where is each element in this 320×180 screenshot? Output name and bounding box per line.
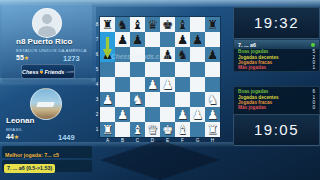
file-label-h: H bbox=[205, 137, 220, 144]
logo-text: Chess bbox=[22, 69, 39, 75]
piece-black-pawn: ♟ bbox=[192, 33, 203, 47]
piece-white-pawn: ♟ bbox=[162, 78, 173, 92]
square-e5[interactable] bbox=[160, 62, 175, 77]
logo-text: Friends bbox=[44, 69, 64, 75]
chess-board: ♜♞♝♛♚♝♜♟♟♟♟♟♟♞♟♟♟♟♞♞♟♟♟♟♜♝♛♚♝♜ bbox=[100, 17, 220, 137]
piece-black-bishop: ♝ bbox=[132, 18, 143, 32]
square-e4[interactable]: ♟ bbox=[160, 77, 175, 92]
player-rating-top: 1273 bbox=[63, 54, 80, 63]
file-label-d: D bbox=[145, 137, 160, 144]
best-move-label: Melhor jogada: 7... c5 bbox=[2, 152, 59, 158]
square-c1[interactable]: ♝ bbox=[130, 122, 145, 137]
square-e3[interactable] bbox=[160, 92, 175, 107]
square-f5[interactable] bbox=[175, 62, 190, 77]
square-f1[interactable]: ♝ bbox=[175, 122, 190, 137]
square-e8[interactable]: ♚ bbox=[160, 17, 175, 32]
square-a1[interactable]: ♜ bbox=[100, 122, 115, 137]
piece-white-bishop: ♝ bbox=[177, 123, 188, 137]
square-g1[interactable] bbox=[190, 122, 205, 137]
clock-bottom: 19:05 bbox=[233, 114, 320, 146]
square-h6[interactable]: ♟ bbox=[205, 47, 220, 62]
file-label-e: E bbox=[160, 137, 175, 144]
square-d3[interactable] bbox=[145, 92, 160, 107]
square-g6[interactable] bbox=[190, 47, 205, 62]
piece-white-pawn: ♟ bbox=[207, 108, 218, 122]
piece-black-bishop: ♝ bbox=[177, 18, 188, 32]
star-icon: ★ bbox=[24, 55, 29, 61]
stat-row: Más jogadas 1 bbox=[234, 65, 319, 70]
piece-black-knight: ♞ bbox=[177, 48, 188, 62]
photo-boat-shape bbox=[36, 102, 55, 107]
square-b5[interactable] bbox=[115, 62, 130, 77]
piece-black-rook: ♜ bbox=[102, 18, 113, 32]
piece-black-queen: ♛ bbox=[147, 18, 158, 32]
piece-white-knight: ♞ bbox=[132, 93, 143, 107]
stat-value: 6 bbox=[312, 89, 315, 94]
piece-white-pawn: ♟ bbox=[192, 108, 203, 122]
square-d1[interactable]: ♛ bbox=[145, 122, 160, 137]
piece-black-king: ♚ bbox=[162, 18, 173, 32]
stat-row: Más jogadas 0 bbox=[234, 105, 319, 110]
player-stars-top: 55★ bbox=[16, 54, 29, 61]
file-label-c: C bbox=[130, 137, 145, 144]
square-a3[interactable]: ♟ bbox=[100, 92, 115, 107]
stat-value: 0 bbox=[312, 105, 315, 110]
square-d4[interactable]: ♟ bbox=[145, 77, 160, 92]
piece-white-pawn: ♟ bbox=[117, 108, 128, 122]
square-f7[interactable]: ♟ bbox=[175, 32, 190, 47]
stat-value: 5 bbox=[312, 49, 315, 54]
square-e1[interactable]: ♚ bbox=[160, 122, 175, 137]
square-g4[interactable] bbox=[190, 77, 205, 92]
piece-black-pawn: ♟ bbox=[207, 48, 218, 62]
player-country-top: ESTADOS UNIDOS DA AMÉRICA bbox=[16, 48, 87, 53]
square-a5[interactable] bbox=[100, 62, 115, 77]
stat-value: 0 bbox=[312, 100, 315, 105]
file-label-f: F bbox=[175, 137, 190, 144]
square-b1[interactable] bbox=[115, 122, 130, 137]
stat-label: Más jogadas bbox=[238, 105, 266, 110]
square-a7[interactable] bbox=[100, 32, 115, 47]
person-icon bbox=[42, 14, 52, 24]
stat-label: Boas jogadas bbox=[238, 89, 268, 94]
square-e2[interactable] bbox=[160, 107, 175, 122]
avatar-bottom[interactable] bbox=[30, 88, 62, 120]
square-d6[interactable] bbox=[145, 47, 160, 62]
stat-label: Boas jogadas bbox=[238, 49, 268, 54]
player-name-top: n8 Puerto Rico bbox=[16, 37, 72, 46]
star-count: 44 bbox=[6, 133, 14, 140]
square-c8[interactable]: ♝ bbox=[130, 17, 145, 32]
piece-white-bishop: ♝ bbox=[132, 123, 143, 137]
square-c2[interactable] bbox=[130, 107, 145, 122]
stat-label: Más jogadas bbox=[238, 65, 266, 70]
square-h1[interactable]: ♜ bbox=[205, 122, 220, 137]
file-labels: ABCDEFGH bbox=[100, 137, 220, 144]
square-d7[interactable] bbox=[145, 32, 160, 47]
background-diamond bbox=[100, 140, 220, 180]
piece-black-pawn: ♟ bbox=[177, 33, 188, 47]
clock-top: 19:32 bbox=[233, 7, 320, 39]
piece-white-knight: ♞ bbox=[207, 93, 218, 107]
stat-value: 2 bbox=[312, 55, 315, 60]
square-h5[interactable] bbox=[205, 62, 220, 77]
file-label-a: A bbox=[100, 137, 115, 144]
played-move-bar[interactable]: 7. ... a6 (0.5->1.53) bbox=[2, 160, 92, 172]
piece-black-pawn: ♟ bbox=[102, 48, 113, 62]
move-quality-dot-icon bbox=[311, 43, 315, 47]
square-a6[interactable]: ♟ bbox=[100, 47, 115, 62]
square-e6[interactable]: ♟ bbox=[160, 47, 175, 62]
square-a2[interactable] bbox=[100, 107, 115, 122]
stat-label: Jogadas decentes bbox=[238, 55, 279, 60]
piece-white-pawn: ♟ bbox=[102, 93, 113, 107]
piece-black-pawn: ♟ bbox=[132, 33, 143, 47]
square-g7[interactable]: ♟ bbox=[190, 32, 205, 47]
square-b6[interactable] bbox=[115, 47, 130, 62]
piece-black-knight: ♞ bbox=[117, 18, 128, 32]
square-a8[interactable]: ♜ bbox=[100, 17, 115, 32]
player-rating-bottom: 1449 bbox=[58, 133, 75, 142]
stat-label: Jogadas fracas bbox=[238, 60, 272, 65]
piece-white-pawn: ♟ bbox=[147, 78, 158, 92]
logo-text: .com bbox=[65, 69, 74, 74]
stats-panel-bottom: Boas jogadas 6 Jogadas decentes 1 Jogada… bbox=[233, 86, 320, 117]
played-move-eval: 7. ... a6 (0.5->1.53) bbox=[4, 164, 55, 173]
square-b7[interactable]: ♟ bbox=[115, 32, 130, 47]
player-stars-bottom: 44★ bbox=[6, 133, 19, 140]
square-d5[interactable] bbox=[145, 62, 160, 77]
stats-header: 7. ... a6 bbox=[234, 40, 319, 49]
piece-black-pawn: ♟ bbox=[117, 33, 128, 47]
square-g5[interactable] bbox=[190, 62, 205, 77]
square-c5[interactable] bbox=[130, 62, 145, 77]
square-f2[interactable]: ♟ bbox=[175, 107, 190, 122]
star-count: 55 bbox=[16, 54, 24, 61]
shield-icon bbox=[40, 69, 44, 74]
piece-white-king: ♚ bbox=[162, 123, 173, 137]
piece-black-pawn: ♟ bbox=[162, 48, 173, 62]
stat-value: 1 bbox=[312, 95, 315, 100]
square-c7[interactable]: ♟ bbox=[130, 32, 145, 47]
chessfriends-app: n8 Puerto Rico ESTADOS UNIDOS DA AMÉRICA… bbox=[0, 0, 320, 180]
square-b2[interactable]: ♟ bbox=[115, 107, 130, 122]
square-f3[interactable] bbox=[175, 92, 190, 107]
square-h4[interactable] bbox=[205, 77, 220, 92]
stat-value: 0 bbox=[312, 60, 315, 65]
square-f8[interactable]: ♝ bbox=[175, 17, 190, 32]
stats-panel-top: 7. ... a6 Boas jogadas 5 Jogadas decente… bbox=[233, 39, 320, 72]
square-d2[interactable] bbox=[145, 107, 160, 122]
file-label-g: G bbox=[190, 137, 205, 144]
square-h8[interactable]: ♜ bbox=[205, 17, 220, 32]
square-b4[interactable] bbox=[115, 77, 130, 92]
star-icon: ★ bbox=[14, 134, 19, 140]
file-label-b: B bbox=[115, 137, 130, 144]
square-g8[interactable] bbox=[190, 17, 205, 32]
square-a4[interactable] bbox=[100, 77, 115, 92]
avatar-top[interactable] bbox=[32, 8, 62, 38]
stat-value: 1 bbox=[312, 65, 315, 70]
piece-white-rook: ♜ bbox=[102, 123, 113, 137]
square-e7[interactable] bbox=[160, 32, 175, 47]
best-move-bar: Melhor jogada: 7... c5 bbox=[2, 146, 92, 158]
square-h3[interactable]: ♞ bbox=[205, 92, 220, 107]
stat-label: Jogadas decentes bbox=[238, 95, 279, 100]
player-name-bottom: Leonan bbox=[6, 116, 34, 125]
square-g3[interactable] bbox=[190, 92, 205, 107]
square-h7[interactable] bbox=[205, 32, 220, 47]
piece-white-rook: ♜ bbox=[207, 123, 218, 137]
square-b8[interactable]: ♞ bbox=[115, 17, 130, 32]
square-c3[interactable]: ♞ bbox=[130, 92, 145, 107]
player-country-bottom: BRASIL bbox=[6, 127, 23, 132]
square-b3[interactable] bbox=[115, 92, 130, 107]
last-move-label: 7. ... a6 bbox=[238, 42, 256, 48]
stat-label: Jogadas fracas bbox=[238, 100, 272, 105]
chessfriends-logo[interactable]: Chess Friends .com bbox=[21, 64, 75, 79]
piece-white-pawn: ♟ bbox=[177, 108, 188, 122]
square-c4[interactable] bbox=[130, 77, 145, 92]
square-c6[interactable] bbox=[130, 47, 145, 62]
square-d8[interactable]: ♛ bbox=[145, 17, 160, 32]
piece-black-rook: ♜ bbox=[207, 18, 218, 32]
square-h2[interactable]: ♟ bbox=[205, 107, 220, 122]
square-f4[interactable] bbox=[175, 77, 190, 92]
piece-white-queen: ♛ bbox=[147, 123, 158, 137]
square-f6[interactable]: ♞ bbox=[175, 47, 190, 62]
square-g2[interactable]: ♟ bbox=[190, 107, 205, 122]
